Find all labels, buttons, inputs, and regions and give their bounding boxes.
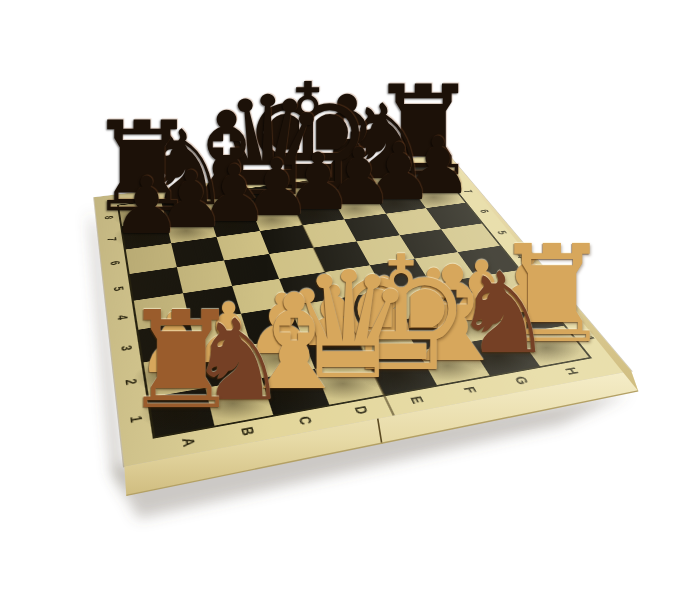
rank-label-left-6: 6: [108, 260, 122, 266]
chess-set-photo-scene: ABCDEFGH8877665544332211 ♜♞♝♛♚♝♞♜♟♟♟♟♟♟♟…: [0, 0, 700, 600]
piece-white-rook-a1[interactable]: ♜: [121, 295, 241, 429]
fold-seam-front: [378, 419, 382, 444]
rank-label-right-6: 6: [477, 209, 490, 214]
piece-black-pawn-a7[interactable]: ♟: [111, 166, 181, 245]
